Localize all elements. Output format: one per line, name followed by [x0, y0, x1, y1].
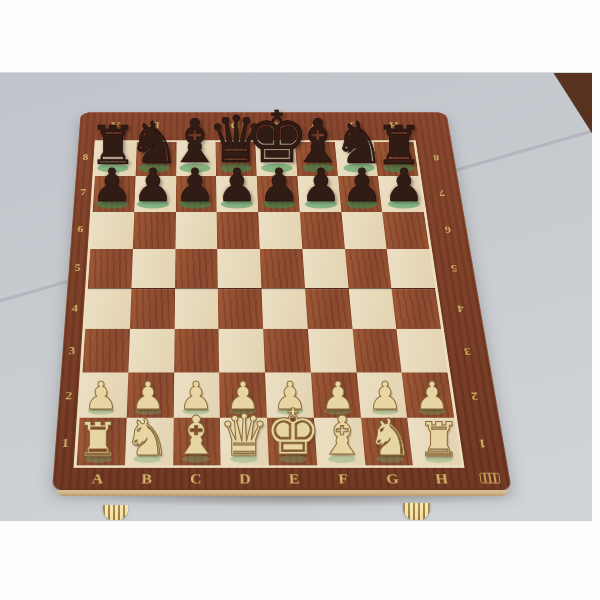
square-e7 [257, 176, 300, 212]
square-c1 [173, 418, 221, 466]
square-d8 [216, 142, 257, 176]
square-b8 [135, 142, 176, 176]
file-label-top-b: B [135, 117, 175, 134]
rank-label-right-1: 1 [457, 419, 508, 468]
chessboard: ABCDEFGH ABCDEFGH 87654321 87654321 [52, 112, 512, 491]
file-label-top-e: E [254, 117, 295, 134]
square-g1 [361, 418, 414, 466]
square-f6 [300, 212, 345, 249]
square-d2 [219, 372, 267, 417]
squares-grid [77, 142, 462, 465]
rank-label-left-5: 5 [67, 248, 87, 288]
square-f7 [297, 176, 341, 212]
square-a3 [83, 329, 130, 372]
file-label-bottom-c: C [171, 469, 220, 491]
square-d6 [217, 212, 260, 249]
square-f5 [302, 249, 348, 288]
file-label-top-a: A [95, 117, 136, 134]
brand-mark-icon [479, 473, 501, 484]
square-f8 [295, 142, 338, 176]
rank-label-left-1: 1 [54, 419, 77, 468]
rank-label-right-5: 5 [432, 248, 477, 288]
square-h3 [397, 329, 448, 372]
file-label-bottom-h: H [416, 469, 468, 491]
file-label-top-g: G [333, 117, 375, 134]
square-h4 [392, 288, 441, 329]
file-label-top-f: F [294, 117, 335, 134]
file-label-bottom-e: E [269, 469, 319, 491]
fold-hinge-seam [88, 288, 435, 289]
rank-label-left-3: 3 [61, 330, 83, 374]
square-c8 [176, 142, 216, 176]
square-h5 [387, 249, 435, 288]
photo-canvas: ABCDEFGH ABCDEFGH 87654321 87654321 ♜♞♝♛… [0, 0, 600, 600]
square-g5 [345, 249, 392, 288]
rank-label-right-7: 7 [421, 175, 464, 211]
square-b4 [130, 288, 175, 329]
square-d5 [217, 249, 261, 288]
square-a5 [88, 249, 133, 288]
file-label-bottom-g: G [367, 469, 419, 491]
square-b5 [131, 249, 175, 288]
square-c5 [175, 249, 218, 288]
rank-label-left-4: 4 [64, 288, 85, 330]
square-e6 [258, 212, 302, 249]
playing-area [74, 140, 465, 467]
square-h6 [382, 212, 429, 249]
square-g8 [334, 142, 378, 176]
square-e2 [265, 372, 314, 417]
square-f1 [314, 418, 365, 466]
square-g4 [348, 288, 396, 329]
square-b1 [125, 418, 174, 466]
square-a1 [77, 418, 127, 466]
square-h8 [374, 142, 419, 176]
square-h7 [378, 176, 424, 212]
file-label-top-h: H [373, 117, 415, 134]
square-a2 [80, 372, 128, 417]
square-e5 [260, 249, 305, 288]
square-g6 [341, 212, 387, 249]
rank-label-right-6: 6 [426, 211, 470, 249]
square-c4 [174, 288, 218, 329]
square-a8 [95, 142, 137, 176]
square-f3 [308, 329, 357, 372]
rank-label-right-4: 4 [438, 288, 484, 330]
square-b3 [128, 329, 174, 372]
board-scene: ABCDEFGH ABCDEFGH 87654321 87654321 [0, 73, 592, 520]
square-a4 [85, 288, 131, 329]
square-a6 [90, 212, 134, 249]
square-e1 [267, 418, 317, 466]
square-f4 [305, 288, 352, 329]
square-b2 [126, 372, 173, 417]
square-e8 [255, 142, 297, 176]
rank-label-left-6: 6 [70, 211, 90, 249]
square-c2 [173, 372, 220, 417]
photo-background: ABCDEFGH ABCDEFGH 87654321 87654321 ♜♞♝♛… [0, 72, 592, 521]
square-g7 [338, 176, 383, 212]
rank-label-right-3: 3 [444, 330, 492, 374]
rank-label-right-8: 8 [416, 140, 458, 174]
square-a7 [93, 176, 136, 212]
file-label-bottom-b: B [122, 469, 172, 491]
rank-label-left-2: 2 [57, 373, 79, 419]
square-c7 [175, 176, 216, 212]
file-label-top-c: C [175, 117, 215, 134]
rank-label-left-7: 7 [73, 175, 92, 211]
square-d4 [218, 288, 263, 329]
square-d1 [220, 418, 269, 466]
rank-label-left-8: 8 [76, 140, 95, 174]
square-h1 [407, 418, 461, 466]
square-g2 [356, 372, 407, 417]
file-label-top-d: D [215, 117, 255, 134]
square-e3 [263, 329, 310, 372]
square-e4 [261, 288, 307, 329]
file-label-bottom-d: D [220, 469, 270, 491]
square-c3 [174, 329, 220, 372]
file-labels-bottom: ABCDEFGH [72, 469, 468, 491]
file-label-bottom-f: F [318, 469, 369, 491]
square-c6 [175, 212, 217, 249]
square-f2 [311, 372, 361, 417]
square-b6 [133, 212, 176, 249]
square-g3 [352, 329, 402, 372]
square-b7 [134, 176, 176, 212]
square-h2 [402, 372, 454, 417]
square-d7 [216, 176, 258, 212]
square-d3 [219, 329, 265, 372]
file-labels-top: ABCDEFGH [95, 117, 414, 134]
file-label-bottom-a: A [72, 469, 122, 491]
rank-label-right-2: 2 [450, 373, 499, 419]
